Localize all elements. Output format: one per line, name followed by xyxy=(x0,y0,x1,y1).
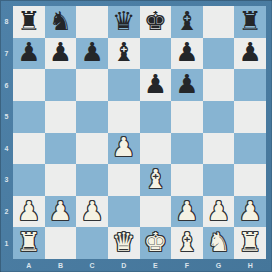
black-pawn[interactable]: ♟ xyxy=(239,39,262,65)
square-a6[interactable] xyxy=(13,69,45,101)
square-d2[interactable] xyxy=(108,196,140,228)
square-g5[interactable] xyxy=(203,101,235,133)
square-a1[interactable]: ♜ xyxy=(13,227,45,259)
white-pawn[interactable]: ♟ xyxy=(17,198,40,224)
rank-label-4: 4 xyxy=(0,133,13,165)
square-a7[interactable]: ♟ xyxy=(13,38,45,70)
square-e5[interactable] xyxy=(140,101,172,133)
square-e7[interactable] xyxy=(140,38,172,70)
square-f1[interactable]: ♝ xyxy=(171,227,203,259)
square-e1[interactable]: ♚ xyxy=(140,227,172,259)
file-label-g: G xyxy=(203,259,235,272)
square-h1[interactable]: ♜ xyxy=(234,227,266,259)
white-pawn[interactable]: ♟ xyxy=(112,134,135,160)
square-f4[interactable] xyxy=(171,133,203,165)
black-pawn[interactable]: ♟ xyxy=(80,39,103,65)
square-c5[interactable] xyxy=(76,101,108,133)
file-label-a: A xyxy=(13,259,45,272)
file-label-f: F xyxy=(171,259,203,272)
square-d4[interactable]: ♟ xyxy=(108,133,140,165)
rank-label-8: 8 xyxy=(0,6,13,38)
square-c6[interactable] xyxy=(76,69,108,101)
white-pawn[interactable]: ♟ xyxy=(175,198,198,224)
square-e4[interactable] xyxy=(140,133,172,165)
square-b5[interactable] xyxy=(45,101,77,133)
rank-label-2: 2 xyxy=(0,196,13,228)
white-bishop[interactable]: ♝ xyxy=(144,166,167,192)
file-label-c: C xyxy=(76,259,108,272)
square-b6[interactable] xyxy=(45,69,77,101)
white-rook[interactable]: ♜ xyxy=(17,229,40,255)
square-h6[interactable] xyxy=(234,69,266,101)
black-pawn[interactable]: ♟ xyxy=(175,71,198,97)
square-d1[interactable]: ♛ xyxy=(108,227,140,259)
square-a3[interactable] xyxy=(13,164,45,196)
square-h4[interactable] xyxy=(234,133,266,165)
square-h3[interactable] xyxy=(234,164,266,196)
square-b3[interactable] xyxy=(45,164,77,196)
square-g6[interactable] xyxy=(203,69,235,101)
square-c7[interactable]: ♟ xyxy=(76,38,108,70)
square-b8[interactable]: ♞ xyxy=(45,6,77,38)
square-d7[interactable]: ♝ xyxy=(108,38,140,70)
square-g4[interactable] xyxy=(203,133,235,165)
square-h8[interactable]: ♜ xyxy=(234,6,266,38)
square-d8[interactable]: ♛ xyxy=(108,6,140,38)
white-pawn[interactable]: ♟ xyxy=(207,198,230,224)
square-h2[interactable]: ♟ xyxy=(234,196,266,228)
square-g8[interactable] xyxy=(203,6,235,38)
square-e6[interactable]: ♟ xyxy=(140,69,172,101)
rank-label-6: 6 xyxy=(0,69,13,101)
black-pawn[interactable]: ♟ xyxy=(144,71,167,97)
square-b7[interactable]: ♟ xyxy=(45,38,77,70)
square-c4[interactable] xyxy=(76,133,108,165)
white-king[interactable]: ♚ xyxy=(144,229,167,255)
square-a4[interactable] xyxy=(13,133,45,165)
square-h7[interactable]: ♟ xyxy=(234,38,266,70)
square-f5[interactable] xyxy=(171,101,203,133)
black-rook[interactable]: ♜ xyxy=(17,8,40,34)
square-g3[interactable] xyxy=(203,164,235,196)
file-label-b: B xyxy=(45,259,77,272)
square-f7[interactable]: ♟ xyxy=(171,38,203,70)
rank-label-1: 1 xyxy=(0,227,13,259)
white-queen[interactable]: ♛ xyxy=(112,229,135,255)
rank-labels: 87654321 xyxy=(0,6,13,259)
black-king[interactable]: ♚ xyxy=(144,8,167,34)
file-label-d: D xyxy=(108,259,140,272)
square-a2[interactable]: ♟ xyxy=(13,196,45,228)
black-bishop[interactable]: ♝ xyxy=(175,8,198,34)
white-pawn[interactable]: ♟ xyxy=(49,198,72,224)
rank-label-3: 3 xyxy=(0,164,13,196)
file-labels: ABCDEFGH xyxy=(13,259,266,272)
square-f6[interactable]: ♟ xyxy=(171,69,203,101)
square-c1[interactable] xyxy=(76,227,108,259)
square-d5[interactable] xyxy=(108,101,140,133)
square-b4[interactable] xyxy=(45,133,77,165)
square-b2[interactable]: ♟ xyxy=(45,196,77,228)
file-label-h: H xyxy=(234,259,266,272)
square-g7[interactable] xyxy=(203,38,235,70)
white-rook[interactable]: ♜ xyxy=(239,229,262,255)
chess-board[interactable]: ♜♞♛♚♝♜♟♟♟♝♟♟♟♟♟♝♟♟♟♟♟♟♜♛♚♝♞♜ xyxy=(13,6,266,259)
white-knight[interactable]: ♞ xyxy=(207,229,230,255)
black-pawn[interactable]: ♟ xyxy=(175,39,198,65)
black-rook[interactable]: ♜ xyxy=(239,8,262,34)
white-pawn[interactable]: ♟ xyxy=(80,198,103,224)
file-label-e: E xyxy=(140,259,172,272)
white-bishop[interactable]: ♝ xyxy=(175,229,198,255)
chess-board-screenshot: 87654321 ABCDEFGH ♜♞♛♚♝♜♟♟♟♝♟♟♟♟♟♝♟♟♟♟♟♟… xyxy=(0,0,272,272)
square-c8[interactable] xyxy=(76,6,108,38)
square-c3[interactable] xyxy=(76,164,108,196)
square-a5[interactable] xyxy=(13,101,45,133)
rank-label-7: 7 xyxy=(0,38,13,70)
rank-label-5: 5 xyxy=(0,101,13,133)
white-pawn[interactable]: ♟ xyxy=(239,198,262,224)
square-f3[interactable] xyxy=(171,164,203,196)
square-g2[interactable]: ♟ xyxy=(203,196,235,228)
square-f8[interactable]: ♝ xyxy=(171,6,203,38)
black-pawn[interactable]: ♟ xyxy=(49,39,72,65)
square-e2[interactable] xyxy=(140,196,172,228)
black-queen[interactable]: ♛ xyxy=(112,8,135,34)
black-pawn[interactable]: ♟ xyxy=(17,39,40,65)
square-e3[interactable]: ♝ xyxy=(140,164,172,196)
square-c2[interactable]: ♟ xyxy=(76,196,108,228)
black-bishop[interactable]: ♝ xyxy=(112,39,135,65)
square-a8[interactable]: ♜ xyxy=(13,6,45,38)
square-g1[interactable]: ♞ xyxy=(203,227,235,259)
square-b1[interactable] xyxy=(45,227,77,259)
square-f2[interactable]: ♟ xyxy=(171,196,203,228)
black-knight[interactable]: ♞ xyxy=(49,8,72,34)
square-d6[interactable] xyxy=(108,69,140,101)
square-h5[interactable] xyxy=(234,101,266,133)
square-e8[interactable]: ♚ xyxy=(140,6,172,38)
square-d3[interactable] xyxy=(108,164,140,196)
